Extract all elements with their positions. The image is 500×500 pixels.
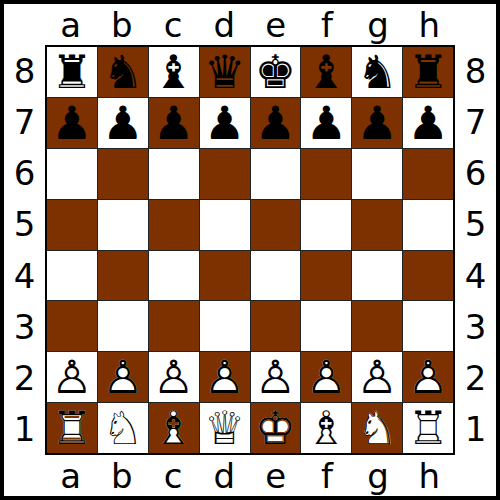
square-d5[interactable]	[200, 200, 250, 250]
square-a6[interactable]	[47, 149, 97, 199]
rank-label-4: 4	[4, 250, 45, 301]
square-c6[interactable]	[149, 149, 199, 199]
piece-outline: ♗	[153, 403, 194, 453]
square-f2[interactable]: ♟♙	[301, 352, 351, 402]
square-c2[interactable]: ♟♙	[149, 352, 199, 402]
black-pawn: ♟	[204, 100, 245, 146]
rank-labels-right: 87654321	[455, 45, 496, 455]
square-g5[interactable]	[352, 200, 402, 250]
black-pawn: ♟	[51, 100, 92, 146]
rank-label-1: 1	[4, 404, 45, 455]
square-c3[interactable]	[149, 301, 199, 351]
piece-outline: ♙	[306, 352, 347, 402]
square-f4[interactable]	[301, 251, 351, 301]
square-e2[interactable]: ♟♙	[251, 352, 301, 402]
file-label-d: d	[199, 4, 250, 45]
square-g6[interactable]	[352, 149, 402, 199]
file-label-a: a	[45, 455, 96, 496]
square-d1[interactable]: ♛♕	[200, 403, 250, 453]
black-pawn: ♟	[357, 100, 398, 146]
square-b8[interactable]: ♞	[98, 47, 148, 97]
piece-outline: ♙	[357, 352, 398, 402]
square-h5[interactable]	[403, 200, 453, 250]
square-b6[interactable]	[98, 149, 148, 199]
piece-outline: ♙	[407, 352, 448, 402]
piece-outline: ♘	[357, 403, 398, 453]
file-label-c: c	[148, 455, 199, 496]
square-a4[interactable]	[47, 251, 97, 301]
rank-label-6: 6	[455, 148, 496, 199]
piece-outline: ♖	[407, 403, 448, 453]
square-e5[interactable]	[251, 200, 301, 250]
file-labels-bottom: abcdefgh	[45, 455, 455, 496]
rank-label-5: 5	[4, 199, 45, 250]
square-h8[interactable]: ♜	[403, 47, 453, 97]
square-f5[interactable]	[301, 200, 351, 250]
square-f8[interactable]: ♝	[301, 47, 351, 97]
file-label-h: h	[404, 4, 455, 45]
square-f7[interactable]: ♟	[301, 98, 351, 148]
square-a3[interactable]	[47, 301, 97, 351]
white-pawn: ♟♙	[407, 354, 448, 400]
square-a7[interactable]: ♟	[47, 98, 97, 148]
rank-label-8: 8	[4, 45, 45, 96]
square-e8[interactable]: ♚	[251, 47, 301, 97]
file-label-b: b	[96, 4, 147, 45]
square-b4[interactable]	[98, 251, 148, 301]
board: ♜♞♝♛♚♝♞♜♟♟♟♟♟♟♟♟♟♙♟♙♟♙♟♙♟♙♟♙♟♙♟♙♜♖♞♘♝♗♛♕…	[45, 45, 455, 455]
square-g3[interactable]	[352, 301, 402, 351]
square-h2[interactable]: ♟♙	[403, 352, 453, 402]
rank-label-7: 7	[4, 96, 45, 147]
white-pawn: ♟♙	[102, 354, 143, 400]
square-d8[interactable]: ♛	[200, 47, 250, 97]
square-g1[interactable]: ♞♘	[352, 403, 402, 453]
black-rook: ♜	[51, 49, 92, 95]
rank-label-4: 4	[455, 250, 496, 301]
black-knight: ♞	[102, 49, 143, 95]
square-h4[interactable]	[403, 251, 453, 301]
square-g2[interactable]: ♟♙	[352, 352, 402, 402]
piece-outline: ♘	[102, 403, 143, 453]
rank-label-3: 3	[4, 301, 45, 352]
square-e6[interactable]	[251, 149, 301, 199]
piece-outline: ♔	[255, 403, 296, 453]
square-c5[interactable]	[149, 200, 199, 250]
file-label-f: f	[301, 4, 352, 45]
square-b7[interactable]: ♟	[98, 98, 148, 148]
black-king: ♚	[255, 49, 296, 95]
rank-label-3: 3	[455, 301, 496, 352]
file-label-b: b	[96, 455, 147, 496]
black-pawn: ♟	[407, 100, 448, 146]
piece-outline: ♙	[102, 352, 143, 402]
rank-label-5: 5	[455, 199, 496, 250]
black-bishop: ♝	[153, 49, 194, 95]
rank-label-8: 8	[455, 45, 496, 96]
square-h3[interactable]	[403, 301, 453, 351]
file-label-e: e	[250, 4, 301, 45]
rank-label-6: 6	[4, 148, 45, 199]
white-rook: ♜♖	[407, 405, 448, 451]
piece-outline: ♕	[204, 403, 245, 453]
chessboard-diagram: abcdefgh abcdefgh 87654321 87654321 ♜♞♝♛…	[0, 0, 500, 500]
rank-labels-left: 87654321	[4, 45, 45, 455]
square-g4[interactable]	[352, 251, 402, 301]
file-label-c: c	[148, 4, 199, 45]
square-d7[interactable]: ♟	[200, 98, 250, 148]
file-label-g: g	[353, 455, 404, 496]
file-label-d: d	[199, 455, 250, 496]
white-pawn: ♟♙	[51, 354, 92, 400]
square-g7[interactable]: ♟	[352, 98, 402, 148]
rank-label-2: 2	[4, 353, 45, 404]
rank-label-7: 7	[455, 96, 496, 147]
square-f1[interactable]: ♝♗	[301, 403, 351, 453]
file-label-e: e	[250, 455, 301, 496]
square-d6[interactable]	[200, 149, 250, 199]
white-pawn: ♟♙	[153, 354, 194, 400]
white-knight: ♞♘	[357, 405, 398, 451]
white-rook: ♜♖	[51, 405, 92, 451]
square-b2[interactable]: ♟♙	[98, 352, 148, 402]
black-pawn: ♟	[306, 100, 347, 146]
black-knight: ♞	[357, 49, 398, 95]
white-knight: ♞♘	[102, 405, 143, 451]
piece-outline: ♙	[153, 352, 194, 402]
white-king: ♚♔	[255, 405, 296, 451]
square-f3[interactable]	[301, 301, 351, 351]
square-h6[interactable]	[403, 149, 453, 199]
piece-outline: ♙	[51, 352, 92, 402]
square-c8[interactable]: ♝	[149, 47, 199, 97]
square-c1[interactable]: ♝♗	[149, 403, 199, 453]
white-bishop: ♝♗	[306, 405, 347, 451]
black-pawn: ♟	[153, 100, 194, 146]
rank-label-1: 1	[455, 404, 496, 455]
square-h1[interactable]: ♜♖	[403, 403, 453, 453]
square-a2[interactable]: ♟♙	[47, 352, 97, 402]
square-f6[interactable]	[301, 149, 351, 199]
square-c4[interactable]	[149, 251, 199, 301]
file-label-g: g	[353, 4, 404, 45]
file-labels-top: abcdefgh	[45, 4, 455, 45]
square-b5[interactable]	[98, 200, 148, 250]
file-label-f: f	[301, 455, 352, 496]
white-bishop: ♝♗	[153, 405, 194, 451]
piece-outline: ♙	[255, 352, 296, 402]
piece-outline: ♙	[204, 352, 245, 402]
square-e4[interactable]	[251, 251, 301, 301]
square-a5[interactable]	[47, 200, 97, 250]
rank-label-2: 2	[455, 353, 496, 404]
file-label-a: a	[45, 4, 96, 45]
square-e7[interactable]: ♟	[251, 98, 301, 148]
square-d4[interactable]	[200, 251, 250, 301]
black-bishop: ♝	[306, 49, 347, 95]
square-b1[interactable]: ♞♘	[98, 403, 148, 453]
black-pawn: ♟	[255, 100, 296, 146]
square-h7[interactable]: ♟	[403, 98, 453, 148]
square-d3[interactable]	[200, 301, 250, 351]
white-pawn: ♟♙	[306, 354, 347, 400]
square-a1[interactable]: ♜♖	[47, 403, 97, 453]
piece-outline: ♖	[51, 403, 92, 453]
black-rook: ♜	[407, 49, 448, 95]
black-queen: ♛	[204, 49, 245, 95]
square-g8[interactable]: ♞	[352, 47, 402, 97]
square-b3[interactable]	[98, 301, 148, 351]
square-a8[interactable]: ♜	[47, 47, 97, 97]
square-e1[interactable]: ♚♔	[251, 403, 301, 453]
white-pawn: ♟♙	[357, 354, 398, 400]
piece-outline: ♗	[306, 403, 347, 453]
file-label-h: h	[404, 455, 455, 496]
white-pawn: ♟♙	[255, 354, 296, 400]
white-queen: ♛♕	[204, 405, 245, 451]
white-pawn: ♟♙	[204, 354, 245, 400]
square-c7[interactable]: ♟	[149, 98, 199, 148]
square-d2[interactable]: ♟♙	[200, 352, 250, 402]
square-e3[interactable]	[251, 301, 301, 351]
black-pawn: ♟	[102, 100, 143, 146]
